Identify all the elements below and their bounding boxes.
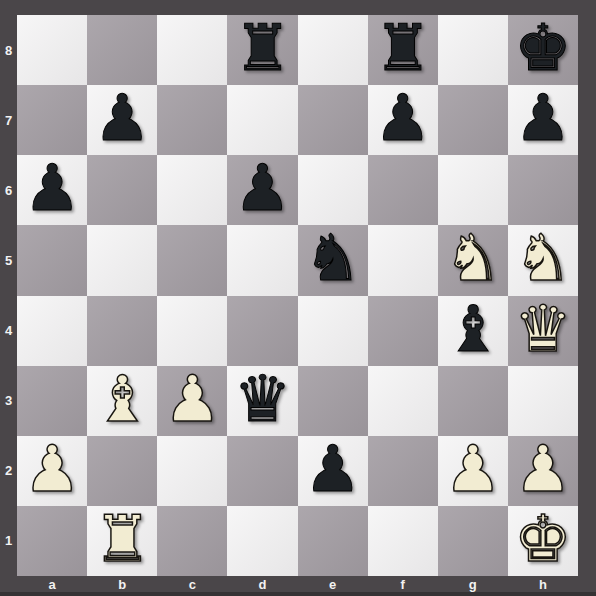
square-g3[interactable] — [438, 366, 508, 436]
square-d7[interactable] — [227, 85, 297, 155]
square-e1[interactable] — [298, 506, 368, 576]
square-d3[interactable]: ♛ — [227, 366, 297, 436]
file-label-b: b — [87, 576, 157, 593]
square-g4[interactable]: ♝ — [438, 296, 508, 366]
piece-white-knight[interactable]: ♞ — [514, 226, 571, 290]
square-d1[interactable] — [227, 506, 297, 576]
square-d6[interactable]: ♟ — [227, 155, 297, 225]
piece-black-pawn[interactable]: ♟ — [94, 86, 151, 150]
square-h2[interactable]: ♟ — [508, 436, 578, 506]
square-g6[interactable] — [438, 155, 508, 225]
square-a6[interactable]: ♟ — [17, 155, 87, 225]
rank-label-5: 5 — [0, 225, 17, 295]
square-c6[interactable] — [157, 155, 227, 225]
square-c8[interactable] — [157, 15, 227, 85]
piece-white-pawn[interactable]: ♟ — [444, 437, 501, 501]
piece-black-pawn[interactable]: ♟ — [23, 156, 80, 220]
square-h7[interactable]: ♟ — [508, 85, 578, 155]
square-b3[interactable]: ♝ — [87, 366, 157, 436]
piece-white-pawn[interactable]: ♟ — [23, 437, 80, 501]
piece-black-queen[interactable]: ♛ — [234, 367, 291, 431]
square-e4[interactable] — [298, 296, 368, 366]
square-e3[interactable] — [298, 366, 368, 436]
file-label-f: f — [368, 576, 438, 593]
square-a2[interactable]: ♟ — [17, 436, 87, 506]
piece-white-knight[interactable]: ♞ — [444, 226, 501, 290]
piece-black-pawn[interactable]: ♟ — [374, 86, 431, 150]
square-g8[interactable] — [438, 15, 508, 85]
square-a1[interactable] — [17, 506, 87, 576]
square-h4[interactable]: ♛ — [508, 296, 578, 366]
piece-black-pawn[interactable]: ♟ — [304, 437, 361, 501]
file-label-a: a — [17, 576, 87, 593]
square-c7[interactable] — [157, 85, 227, 155]
rank-label-7: 7 — [0, 85, 17, 155]
square-f4[interactable] — [368, 296, 438, 366]
square-c1[interactable] — [157, 506, 227, 576]
rank-label-3: 3 — [0, 366, 17, 436]
piece-black-pawn[interactable]: ♟ — [514, 86, 571, 150]
piece-black-pawn[interactable]: ♟ — [234, 156, 291, 220]
square-h8[interactable]: ♚ — [508, 15, 578, 85]
square-a8[interactable] — [17, 15, 87, 85]
piece-white-rook[interactable]: ♜ — [94, 507, 151, 571]
piece-white-pawn[interactable]: ♟ — [164, 367, 221, 431]
square-d2[interactable] — [227, 436, 297, 506]
piece-black-knight[interactable]: ♞ — [304, 226, 361, 290]
square-c2[interactable] — [157, 436, 227, 506]
chess-board-frame: 87654321 ♜♜♚♟♟♟♟♟♞♞♞♝♛♝♟♛♟♟♟♟♜♚ abcdefgh — [0, 0, 596, 596]
square-c3[interactable]: ♟ — [157, 366, 227, 436]
square-e8[interactable] — [298, 15, 368, 85]
square-f6[interactable] — [368, 155, 438, 225]
rank-label-2: 2 — [0, 436, 17, 506]
rank-labels: 87654321 — [0, 15, 17, 576]
square-g5[interactable]: ♞ — [438, 225, 508, 295]
square-e6[interactable] — [298, 155, 368, 225]
square-b8[interactable] — [87, 15, 157, 85]
square-b2[interactable] — [87, 436, 157, 506]
piece-black-rook[interactable]: ♜ — [234, 16, 291, 80]
square-f1[interactable] — [368, 506, 438, 576]
square-e5[interactable]: ♞ — [298, 225, 368, 295]
file-label-c: c — [157, 576, 227, 593]
square-f5[interactable] — [368, 225, 438, 295]
square-h6[interactable] — [508, 155, 578, 225]
square-a3[interactable] — [17, 366, 87, 436]
square-g7[interactable] — [438, 85, 508, 155]
square-g1[interactable] — [438, 506, 508, 576]
square-g2[interactable]: ♟ — [438, 436, 508, 506]
square-f8[interactable]: ♜ — [368, 15, 438, 85]
square-f3[interactable] — [368, 366, 438, 436]
square-d8[interactable]: ♜ — [227, 15, 297, 85]
piece-white-pawn[interactable]: ♟ — [514, 437, 571, 501]
rank-label-1: 1 — [0, 506, 17, 576]
square-b5[interactable] — [87, 225, 157, 295]
piece-black-bishop[interactable]: ♝ — [444, 297, 501, 361]
square-e2[interactable]: ♟ — [298, 436, 368, 506]
file-label-d: d — [227, 576, 297, 593]
square-h5[interactable]: ♞ — [508, 225, 578, 295]
square-d5[interactable] — [227, 225, 297, 295]
file-label-g: g — [438, 576, 508, 593]
square-h3[interactable] — [508, 366, 578, 436]
square-b6[interactable] — [87, 155, 157, 225]
piece-white-queen[interactable]: ♛ — [514, 297, 571, 361]
piece-black-king[interactable]: ♚ — [514, 16, 571, 80]
file-label-e: e — [298, 576, 368, 593]
square-h1[interactable]: ♚ — [508, 506, 578, 576]
square-c5[interactable] — [157, 225, 227, 295]
rank-label-8: 8 — [0, 15, 17, 85]
piece-white-bishop[interactable]: ♝ — [94, 367, 151, 431]
rank-label-4: 4 — [0, 296, 17, 366]
file-labels: abcdefgh — [17, 576, 578, 593]
rank-label-6: 6 — [0, 155, 17, 225]
square-f2[interactable] — [368, 436, 438, 506]
file-label-h: h — [508, 576, 578, 593]
piece-white-king[interactable]: ♚ — [514, 507, 571, 571]
square-a4[interactable] — [17, 296, 87, 366]
square-f7[interactable]: ♟ — [368, 85, 438, 155]
square-a5[interactable] — [17, 225, 87, 295]
square-c4[interactable] — [157, 296, 227, 366]
piece-black-rook[interactable]: ♜ — [374, 16, 431, 80]
square-b1[interactable]: ♜ — [87, 506, 157, 576]
square-b4[interactable] — [87, 296, 157, 366]
square-d4[interactable] — [227, 296, 297, 366]
square-e7[interactable] — [298, 85, 368, 155]
square-a7[interactable] — [17, 85, 87, 155]
board: ♜♜♚♟♟♟♟♟♞♞♞♝♛♝♟♛♟♟♟♟♜♚ — [17, 15, 578, 576]
square-b7[interactable]: ♟ — [87, 85, 157, 155]
